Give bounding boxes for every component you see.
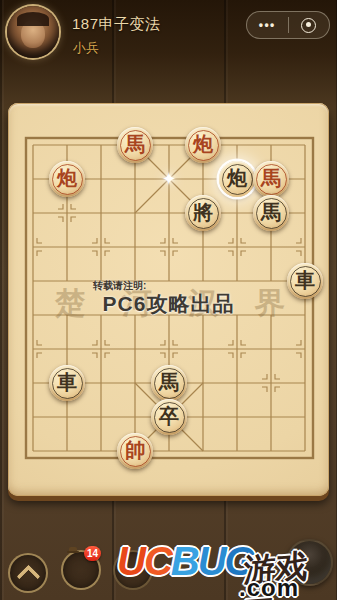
sparkle-effect: ✦: [158, 168, 180, 190]
piece-label: 馬: [159, 372, 179, 392]
piece-black-馬[interactable]: 馬: [253, 195, 289, 231]
target-circle-icon: [301, 18, 316, 33]
piece-label: 炮: [57, 168, 77, 188]
rank-label: 小兵: [73, 39, 99, 57]
piece-black-馬[interactable]: 馬: [151, 365, 187, 401]
piece-red-馬[interactable]: 馬: [117, 127, 153, 163]
piece-black-炮[interactable]: 炮: [219, 161, 255, 197]
coin-badge: 14: [84, 546, 101, 561]
piece-black-卒[interactable]: 卒: [151, 399, 187, 435]
piece-black-車[interactable]: 車: [49, 365, 85, 401]
piece-label: 車: [57, 372, 77, 392]
piece-label: 炮: [227, 168, 247, 188]
ucbug-letter: U: [117, 539, 144, 583]
piece-label: 卒: [159, 406, 179, 426]
miniprogram-capsule: •••: [246, 11, 330, 39]
ucbug-letter: C: [144, 539, 171, 583]
more-button[interactable]: •••: [247, 12, 288, 38]
collapse-menu-button[interactable]: [8, 553, 48, 593]
piece-label: 車: [295, 270, 315, 290]
piece-label: 馬: [125, 134, 145, 154]
piece-black-車[interactable]: 車: [287, 263, 323, 299]
piece-red-馬[interactable]: 馬: [253, 161, 289, 197]
piece-label: 帥: [125, 440, 145, 460]
ucbug-letter: U: [198, 539, 225, 583]
close-button[interactable]: [289, 18, 330, 33]
dotcom-watermark: .com: [239, 574, 299, 600]
piece-label: 將: [193, 202, 213, 222]
piece-red-帥[interactable]: 帥: [117, 433, 153, 469]
chevron-up-icon: [16, 564, 40, 588]
piece-label: 馬: [261, 202, 281, 222]
avatar[interactable]: [7, 6, 59, 58]
piece-red-炮[interactable]: 炮: [185, 127, 221, 163]
piece-label: 炮: [193, 134, 213, 154]
piece-black-將[interactable]: 將: [185, 195, 221, 231]
app-screen: 187申子变法 小兵 ••• 楚 河 汉 界 转载请注明: PC6攻略出品 馬炮…: [0, 0, 337, 600]
piece-red-炮[interactable]: 炮: [49, 161, 85, 197]
piece-label: 馬: [261, 168, 281, 188]
watermark-pc6: PC6攻略出品: [0, 290, 337, 318]
ucbug-watermark: UCBUG: [117, 539, 254, 584]
ucbug-letter: B: [171, 539, 198, 583]
page-title: 187申子变法: [72, 15, 161, 34]
